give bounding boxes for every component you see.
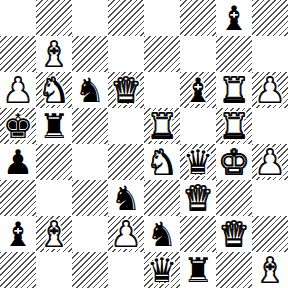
square-d8[interactable] [108,0,144,36]
square-d7[interactable] [108,36,144,72]
chess-board: ♝♝♟♞♞♛♝♜♟♚♜♜♜♟♞♛♚♟♞♛♝♝♟♞♛♛♜♝ [0,0,288,288]
square-c4[interactable] [72,144,108,180]
square-e8[interactable] [144,0,180,36]
square-a7[interactable] [0,36,36,72]
square-d6[interactable]: ♛ [108,72,144,108]
square-d5[interactable] [108,108,144,144]
square-b3[interactable] [36,180,72,216]
white-rook-e5: ♜ [147,108,177,144]
square-h3[interactable] [252,180,288,216]
white-rook-g5: ♜ [219,108,249,144]
square-h2[interactable] [252,216,288,252]
square-f8[interactable] [180,0,216,36]
square-e6[interactable] [144,72,180,108]
square-c8[interactable] [72,0,108,36]
square-b2[interactable]: ♝ [36,216,72,252]
square-d1[interactable] [108,252,144,288]
square-f4[interactable]: ♛ [180,144,216,180]
square-g1[interactable] [216,252,252,288]
white-queen-d6: ♛ [111,72,141,108]
white-knight-b6: ♞ [39,72,69,108]
square-g2[interactable]: ♛ [216,216,252,252]
black-queen-e1: ♛ [147,252,177,288]
white-knight-e4: ♞ [147,144,177,180]
square-c1[interactable] [72,252,108,288]
square-h6[interactable]: ♟ [252,72,288,108]
white-bishop-b7: ♝ [39,36,69,72]
square-e5[interactable]: ♜ [144,108,180,144]
white-rook-g6: ♜ [219,72,249,108]
black-queen-f4: ♛ [183,144,213,180]
square-g6[interactable]: ♜ [216,72,252,108]
square-e4[interactable]: ♞ [144,144,180,180]
square-a1[interactable] [0,252,36,288]
square-a6[interactable]: ♟ [0,72,36,108]
black-knight-d3: ♞ [111,180,141,216]
black-pawn-a4: ♟ [3,144,33,180]
square-a4[interactable]: ♟ [0,144,36,180]
square-f6[interactable]: ♝ [180,72,216,108]
white-pawn-h6: ♟ [255,72,285,108]
square-c7[interactable] [72,36,108,72]
square-d2[interactable]: ♟ [108,216,144,252]
square-h1[interactable]: ♝ [252,252,288,288]
square-g3[interactable] [216,180,252,216]
square-g4[interactable]: ♚ [216,144,252,180]
square-b4[interactable] [36,144,72,180]
white-queen-g2: ♛ [219,216,249,252]
square-e3[interactable] [144,180,180,216]
black-knight-c6: ♞ [75,72,105,108]
square-a5[interactable]: ♚ [0,108,36,144]
square-d4[interactable] [108,144,144,180]
square-g7[interactable] [216,36,252,72]
square-a3[interactable] [0,180,36,216]
square-f5[interactable] [180,108,216,144]
white-pawn-d2: ♟ [111,216,141,252]
square-b8[interactable] [36,0,72,36]
white-pawn-a6: ♟ [3,72,33,108]
square-h5[interactable] [252,108,288,144]
white-king-g4: ♚ [219,144,249,180]
black-bishop-g8: ♝ [219,0,249,36]
square-f1[interactable]: ♜ [180,252,216,288]
square-b5[interactable]: ♜ [36,108,72,144]
square-h8[interactable] [252,0,288,36]
black-knight-e2: ♞ [147,216,177,252]
square-c3[interactable] [72,180,108,216]
white-pawn-h4: ♟ [255,144,285,180]
square-b7[interactable]: ♝ [36,36,72,72]
square-b1[interactable] [36,252,72,288]
square-h4[interactable]: ♟ [252,144,288,180]
black-king-a5: ♚ [3,108,33,144]
square-e7[interactable] [144,36,180,72]
square-g8[interactable]: ♝ [216,0,252,36]
square-f2[interactable] [180,216,216,252]
square-e1[interactable]: ♛ [144,252,180,288]
square-c6[interactable]: ♞ [72,72,108,108]
black-rook-b5: ♜ [39,108,69,144]
white-bishop-h1: ♝ [255,252,285,288]
square-h7[interactable] [252,36,288,72]
square-e2[interactable]: ♞ [144,216,180,252]
white-bishop-b2: ♝ [39,216,69,252]
black-rook-f1: ♜ [183,252,213,288]
square-a2[interactable]: ♝ [0,216,36,252]
square-f7[interactable] [180,36,216,72]
square-c2[interactable] [72,216,108,252]
black-bishop-f6: ♝ [183,72,213,108]
square-f3[interactable]: ♛ [180,180,216,216]
square-b6[interactable]: ♞ [36,72,72,108]
square-a8[interactable] [0,0,36,36]
square-c5[interactable] [72,108,108,144]
black-bishop-a2: ♝ [3,216,33,252]
square-d3[interactable]: ♞ [108,180,144,216]
square-g5[interactable]: ♜ [216,108,252,144]
white-queen-f3: ♛ [183,180,213,216]
board-diagram: ♝♝♟♞♞♛♝♜♟♚♜♜♜♟♞♛♚♟♞♛♝♝♟♞♛♛♜♝ [0,0,288,288]
